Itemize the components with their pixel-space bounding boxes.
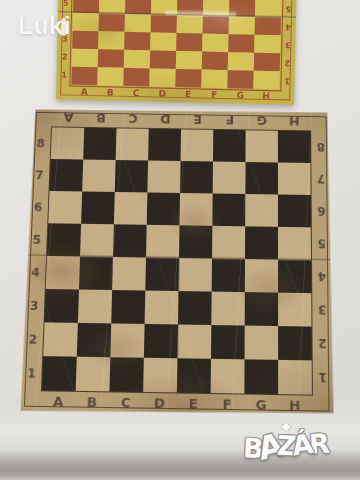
rank-label: 4	[311, 260, 332, 293]
square-a1	[71, 67, 97, 86]
rank-label: 3	[280, 35, 295, 53]
square-h7	[278, 162, 311, 195]
square-h5	[255, 0, 281, 17]
file-label: A	[41, 390, 76, 411]
square-b8	[83, 128, 116, 160]
square-a6	[48, 191, 82, 224]
rank-label: 5	[311, 227, 332, 260]
rank-label: 4	[25, 256, 47, 289]
file-label: A	[52, 108, 85, 127]
rank-label: 2	[280, 53, 295, 71]
square-g2	[228, 52, 254, 71]
square-h3	[254, 35, 280, 54]
square-g2	[245, 326, 279, 360]
file-label: A	[71, 85, 97, 101]
square-c5	[113, 224, 147, 257]
rank-label: 1	[312, 360, 334, 395]
rank-label: 8	[30, 127, 52, 159]
file-label: C	[116, 109, 149, 128]
square-b2	[77, 323, 111, 357]
square-f4	[212, 259, 245, 293]
square-b7	[82, 159, 115, 191]
square-h5	[278, 227, 311, 260]
square-d6	[147, 192, 180, 225]
square-e4	[178, 258, 212, 292]
square-d4	[145, 257, 179, 291]
square-g4	[229, 16, 255, 35]
square-d1	[143, 358, 177, 393]
square-c3	[124, 32, 150, 51]
square-d5	[151, 0, 177, 15]
square-b3	[98, 31, 124, 50]
file-label: D	[149, 86, 175, 102]
file-label: E	[181, 110, 213, 130]
square-b1	[97, 67, 123, 86]
file-label: E	[175, 87, 201, 103]
square-c2	[124, 50, 150, 69]
square-e6	[180, 193, 213, 226]
square-h3	[278, 293, 311, 327]
square-c7	[115, 160, 148, 192]
file-label: G	[244, 394, 278, 415]
rank-label: 6	[311, 195, 332, 228]
square-e2	[176, 51, 202, 70]
square-c4	[125, 14, 151, 33]
rank-label: 2	[22, 322, 45, 356]
square-e7	[180, 161, 213, 193]
square-a7	[50, 159, 84, 191]
square-g1	[244, 359, 278, 394]
square-e5	[177, 0, 203, 16]
square-d7	[147, 160, 180, 192]
square-a5	[73, 0, 99, 13]
square-a2	[72, 49, 98, 68]
square-a1	[42, 356, 77, 391]
logo-letter: Á	[290, 428, 315, 462]
file-label: H	[253, 89, 279, 105]
rank-label: 5	[58, 0, 73, 13]
square-g3	[245, 292, 278, 326]
rank-label: 1	[21, 356, 44, 390]
square-b5	[99, 0, 125, 14]
square-e3	[178, 291, 212, 325]
file-label: B	[75, 391, 109, 412]
square-c6	[114, 192, 147, 225]
border-corner	[312, 395, 334, 416]
file-label: F	[213, 111, 245, 131]
square-d3	[145, 291, 179, 325]
square-d4	[151, 14, 177, 33]
square-f3	[202, 34, 228, 53]
square-d2	[150, 50, 176, 69]
rank-label: 7	[29, 159, 51, 191]
file-label: C	[123, 86, 149, 102]
square-g4	[245, 259, 278, 293]
rank-label: 8	[310, 131, 331, 163]
square-f2	[202, 52, 228, 71]
square-c1	[109, 357, 143, 392]
square-f3	[211, 292, 245, 326]
file-label: C	[109, 391, 143, 412]
square-e8	[181, 129, 214, 161]
square-h2	[254, 53, 280, 72]
square-f8	[213, 130, 246, 162]
square-d2	[144, 324, 178, 358]
square-e1	[175, 69, 201, 88]
square-h1	[278, 360, 312, 395]
rank-label: 1	[56, 66, 71, 84]
seller-watermark: Luki	[18, 12, 71, 40]
file-label: F	[210, 393, 244, 414]
square-h8	[278, 131, 311, 163]
square-d8	[148, 129, 181, 161]
rank-label: 1	[279, 71, 294, 89]
file-label: H	[278, 112, 310, 132]
rank-label: 2	[57, 48, 72, 66]
square-f6	[212, 193, 245, 226]
file-label: G	[246, 111, 278, 131]
marketplace-logo: BAZÁR	[244, 428, 328, 463]
yellow-red-chessboard: ABCDEFGH8877665544332211ABCDEFGH	[56, 0, 298, 105]
square-d3	[150, 32, 176, 51]
square-b6	[81, 191, 115, 224]
board-grid: ABCDEFGH8877665544332211ABCDEFGH	[20, 108, 334, 416]
rank-label: 5	[26, 223, 48, 256]
square-e5	[179, 225, 212, 258]
square-a8	[51, 127, 84, 159]
file-label: B	[97, 85, 123, 101]
square-e1	[177, 358, 211, 393]
square-a5	[47, 223, 81, 256]
square-b2	[98, 49, 124, 68]
file-label: G	[227, 88, 253, 104]
rank-label: 4	[281, 17, 296, 35]
file-label: D	[143, 392, 177, 413]
square-g5	[245, 226, 278, 259]
square-d1	[149, 68, 175, 87]
square-b4	[99, 13, 125, 32]
square-e2	[177, 324, 211, 358]
worn-black-beige-chessboard: ABCDEFGH8877665544332211ABCDEFGH	[20, 108, 334, 416]
square-c3	[111, 290, 145, 324]
border-corner	[20, 390, 42, 411]
square-h6	[278, 194, 311, 227]
square-g7	[245, 162, 278, 194]
square-a4	[46, 256, 80, 290]
square-h1	[253, 71, 279, 90]
square-a4	[73, 13, 99, 32]
rank-label: 3	[311, 293, 332, 327]
file-label: F	[201, 88, 227, 104]
square-b4	[79, 256, 113, 290]
square-a3	[45, 289, 79, 323]
square-f5	[212, 226, 245, 259]
square-c8	[116, 128, 149, 160]
square-b1	[76, 357, 111, 392]
rank-label: 3	[23, 289, 45, 323]
square-b3	[78, 289, 112, 323]
square-f7	[213, 161, 246, 193]
square-f1	[201, 70, 227, 89]
file-label: H	[278, 394, 312, 415]
rank-label: 7	[310, 163, 331, 195]
file-label: E	[177, 392, 211, 413]
file-label: B	[84, 109, 117, 128]
square-c1	[123, 68, 149, 87]
square-g5	[229, 0, 255, 17]
square-f4	[203, 16, 229, 35]
border-corner	[31, 108, 52, 127]
square-h4	[255, 17, 281, 36]
border-corner	[279, 89, 294, 104]
border-corner	[310, 112, 331, 131]
square-e3	[176, 33, 202, 52]
square-b5	[80, 224, 114, 257]
border-corner	[56, 84, 71, 99]
square-a2	[43, 322, 78, 356]
square-c4	[112, 257, 146, 291]
square-f5	[203, 0, 229, 16]
square-g3	[228, 34, 254, 53]
square-c2	[110, 323, 144, 357]
square-d5	[146, 225, 180, 258]
rank-label: 6	[27, 191, 49, 224]
square-g1	[227, 70, 253, 89]
listing-photo: ABCDEFGH8877665544332211ABCDEFGH ABCDEFG…	[0, 0, 360, 480]
square-g6	[245, 194, 278, 227]
square-g8	[245, 130, 277, 162]
file-label: D	[149, 110, 182, 129]
board-grid: ABCDEFGH8877665544332211ABCDEFGH	[56, 0, 298, 105]
rank-label: 2	[311, 327, 333, 361]
square-a3	[72, 31, 98, 50]
square-h4	[278, 260, 311, 294]
square-c5	[125, 0, 151, 14]
square-h2	[278, 326, 312, 360]
square-f1	[211, 359, 245, 394]
rank-label: 5	[281, 0, 296, 18]
square-e4	[177, 15, 203, 34]
square-f2	[211, 325, 245, 359]
